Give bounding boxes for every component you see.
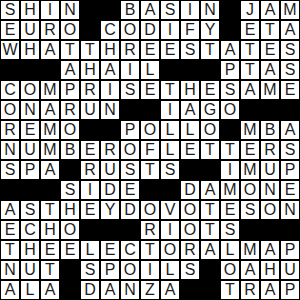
letter-cell[interactable]: E bbox=[100, 240, 120, 260]
letter-cell[interactable]: E bbox=[0, 20, 20, 40]
block-cell bbox=[280, 100, 300, 120]
letter-cell[interactable]: O bbox=[160, 240, 180, 260]
letter-cell[interactable]: N bbox=[60, 0, 80, 20]
letter-cell[interactable]: L bbox=[180, 120, 200, 140]
letter-cell[interactable]: F bbox=[180, 20, 200, 40]
letter-cell[interactable]: U bbox=[100, 160, 120, 180]
block-cell bbox=[160, 60, 180, 80]
letter-cell[interactable]: A bbox=[240, 80, 260, 100]
block-cell bbox=[180, 280, 200, 300]
letter-cell[interactable]: E bbox=[240, 20, 260, 40]
letter-cell[interactable]: A bbox=[220, 40, 240, 60]
letter-cell[interactable]: S bbox=[0, 160, 20, 180]
letter-cell[interactable]: S bbox=[280, 140, 300, 160]
letter-cell[interactable]: N bbox=[100, 100, 120, 120]
letter-cell[interactable]: A bbox=[260, 0, 280, 20]
letter-cell[interactable]: B bbox=[260, 120, 280, 140]
letter-cell[interactable]: T bbox=[40, 260, 60, 280]
letter-cell[interactable]: R bbox=[60, 100, 80, 120]
letter-cell[interactable]: R bbox=[80, 80, 100, 100]
letter-cell[interactable]: O bbox=[240, 180, 260, 200]
letter-cell[interactable]: C bbox=[0, 80, 20, 100]
block-cell bbox=[60, 160, 80, 180]
letter-cell[interactable]: P bbox=[20, 160, 40, 180]
letter-cell[interactable]: D bbox=[120, 200, 140, 220]
letter-cell[interactable]: P bbox=[120, 120, 140, 140]
block-cell bbox=[100, 0, 120, 20]
letter-cell[interactable]: A bbox=[100, 280, 120, 300]
letter-cell[interactable]: Y bbox=[100, 200, 120, 220]
block-cell bbox=[240, 220, 260, 240]
letter-cell[interactable]: I bbox=[180, 0, 200, 20]
crossword-grid: SHINBASINJAMEUROCODIFYETAWHATTHREESTATES… bbox=[0, 0, 300, 300]
letter-cell[interactable]: A bbox=[0, 280, 20, 300]
letter-cell[interactable]: H bbox=[40, 220, 60, 240]
letter-cell[interactable]: R bbox=[180, 240, 200, 260]
block-cell bbox=[200, 260, 220, 280]
letter-cell[interactable]: R bbox=[120, 40, 140, 60]
letter-cell[interactable]: H bbox=[80, 60, 100, 80]
letter-cell[interactable]: A bbox=[260, 240, 280, 260]
letter-cell[interactable]: L bbox=[160, 140, 180, 160]
letter-cell[interactable]: E bbox=[200, 80, 220, 100]
letter-cell[interactable]: S bbox=[0, 0, 20, 20]
letter-cell[interactable]: E bbox=[80, 140, 100, 160]
letter-cell[interactable]: O bbox=[140, 200, 160, 220]
letter-cell[interactable]: O bbox=[180, 200, 200, 220]
letter-cell[interactable]: E bbox=[40, 240, 60, 260]
block-cell bbox=[60, 260, 80, 280]
letter-cell[interactable]: S bbox=[60, 180, 80, 200]
letter-cell[interactable]: E bbox=[160, 40, 180, 60]
letter-cell[interactable]: U bbox=[280, 260, 300, 280]
letter-cell[interactable]: H bbox=[180, 80, 200, 100]
letter-cell[interactable]: S bbox=[20, 200, 40, 220]
block-cell bbox=[80, 20, 100, 40]
letter-cell[interactable]: I bbox=[140, 260, 160, 280]
letter-cell[interactable]: A bbox=[40, 280, 60, 300]
block-cell bbox=[180, 60, 200, 80]
letter-cell[interactable]: T bbox=[0, 240, 20, 260]
letter-cell[interactable]: T bbox=[220, 140, 240, 160]
letter-cell[interactable]: A bbox=[260, 60, 280, 80]
letter-cell[interactable]: O bbox=[220, 260, 240, 280]
letter-cell[interactable]: U bbox=[80, 100, 100, 120]
letter-cell[interactable]: U bbox=[260, 160, 280, 180]
block-cell bbox=[200, 280, 220, 300]
letter-cell[interactable]: M bbox=[240, 240, 260, 260]
letter-cell[interactable]: H bbox=[20, 240, 40, 260]
letter-cell[interactable]: S bbox=[240, 200, 260, 220]
letter-cell[interactable]: M bbox=[280, 0, 300, 20]
block-cell bbox=[140, 100, 160, 120]
letter-cell[interactable]: O bbox=[200, 120, 220, 140]
letter-cell[interactable]: U bbox=[20, 20, 40, 40]
letter-cell[interactable]: R bbox=[260, 140, 280, 160]
letter-cell[interactable]: N bbox=[0, 140, 20, 160]
letter-cell[interactable]: L bbox=[220, 240, 240, 260]
letter-cell[interactable]: E bbox=[60, 240, 80, 260]
letter-cell[interactable]: E bbox=[240, 140, 260, 160]
letter-cell[interactable]: O bbox=[20, 80, 40, 100]
block-cell bbox=[160, 180, 180, 200]
letter-cell[interactable]: S bbox=[220, 220, 240, 240]
letter-cell[interactable]: H bbox=[260, 260, 280, 280]
letter-cell[interactable]: T bbox=[200, 40, 220, 60]
block-cell bbox=[240, 100, 260, 120]
letter-cell[interactable]: I bbox=[160, 100, 180, 120]
letter-cell[interactable]: N bbox=[260, 180, 280, 200]
block-cell bbox=[200, 60, 220, 80]
letter-cell[interactable]: C bbox=[120, 240, 140, 260]
letter-cell[interactable]: S bbox=[180, 40, 200, 60]
letter-cell[interactable]: P bbox=[280, 160, 300, 180]
letter-cell[interactable]: R bbox=[0, 120, 20, 140]
letter-cell[interactable]: A bbox=[260, 280, 280, 300]
block-cell bbox=[200, 160, 220, 180]
letter-cell[interactable]: F bbox=[140, 140, 160, 160]
letter-cell[interactable]: O bbox=[260, 200, 280, 220]
letter-cell[interactable]: D bbox=[80, 280, 100, 300]
letter-cell[interactable]: E bbox=[220, 200, 240, 220]
letter-cell[interactable]: B bbox=[60, 140, 80, 160]
letter-cell[interactable]: O bbox=[60, 20, 80, 40]
letter-cell[interactable]: O bbox=[120, 20, 140, 40]
letter-cell[interactable]: A bbox=[60, 60, 80, 80]
letter-cell[interactable]: H bbox=[100, 40, 120, 60]
letter-cell[interactable]: Y bbox=[200, 20, 220, 40]
block-cell bbox=[80, 120, 100, 140]
letter-cell[interactable]: A bbox=[160, 280, 180, 300]
letter-cell[interactable]: S bbox=[220, 80, 240, 100]
letter-cell[interactable]: C bbox=[100, 20, 120, 40]
letter-cell[interactable]: S bbox=[280, 60, 300, 80]
letter-cell[interactable]: I bbox=[160, 220, 180, 240]
letter-cell[interactable]: T bbox=[200, 220, 220, 240]
letter-cell[interactable]: O bbox=[0, 100, 20, 120]
letter-cell[interactable]: I bbox=[120, 60, 140, 80]
block-cell bbox=[220, 120, 240, 140]
letter-cell[interactable]: N bbox=[200, 0, 220, 20]
letter-cell[interactable]: T bbox=[140, 160, 160, 180]
block-cell bbox=[180, 160, 200, 180]
block-cell bbox=[140, 180, 160, 200]
letter-cell[interactable]: T bbox=[140, 240, 160, 260]
letter-cell[interactable]: I bbox=[80, 180, 100, 200]
block-cell bbox=[220, 0, 240, 20]
letter-cell[interactable]: I bbox=[100, 80, 120, 100]
letter-cell[interactable]: A bbox=[280, 120, 300, 140]
letter-cell[interactable]: E bbox=[280, 80, 300, 100]
letter-cell[interactable]: T bbox=[160, 80, 180, 100]
letter-cell[interactable]: E bbox=[140, 40, 160, 60]
block-cell bbox=[100, 220, 120, 240]
letter-cell[interactable]: U bbox=[20, 140, 40, 160]
letter-cell[interactable]: M bbox=[40, 120, 60, 140]
letter-cell[interactable]: O bbox=[60, 220, 80, 240]
letter-cell[interactable]: S bbox=[120, 80, 140, 100]
letter-cell[interactable]: E bbox=[140, 80, 160, 100]
letter-cell[interactable]: T bbox=[240, 60, 260, 80]
letter-cell[interactable]: T bbox=[220, 280, 240, 300]
letter-cell[interactable]: M bbox=[240, 160, 260, 180]
letter-cell[interactable]: R bbox=[240, 280, 260, 300]
block-cell bbox=[0, 60, 20, 80]
letter-cell[interactable]: S bbox=[80, 260, 100, 280]
letter-cell[interactable]: A bbox=[40, 40, 60, 60]
letter-cell[interactable]: O bbox=[120, 260, 140, 280]
letter-cell[interactable]: O bbox=[180, 220, 200, 240]
letter-cell[interactable]: Z bbox=[140, 280, 160, 300]
letter-cell[interactable]: D bbox=[180, 180, 200, 200]
letter-cell[interactable]: L bbox=[160, 260, 180, 280]
letter-cell[interactable]: O bbox=[140, 120, 160, 140]
block-cell bbox=[260, 220, 280, 240]
letter-cell[interactable]: M bbox=[240, 120, 260, 140]
letter-cell[interactable]: P bbox=[100, 260, 120, 280]
letter-cell[interactable]: B bbox=[120, 0, 140, 20]
letter-cell[interactable]: S bbox=[160, 0, 180, 20]
letter-cell[interactable]: E bbox=[0, 220, 20, 240]
letter-cell[interactable]: T bbox=[40, 200, 60, 220]
letter-cell[interactable]: O bbox=[120, 140, 140, 160]
block-cell bbox=[20, 180, 40, 200]
letter-cell[interactable]: P bbox=[60, 80, 80, 100]
letter-cell[interactable]: C bbox=[20, 220, 40, 240]
letter-cell[interactable]: M bbox=[40, 80, 60, 100]
letter-cell[interactable]: T bbox=[200, 140, 220, 160]
block-cell bbox=[40, 60, 60, 80]
letter-cell[interactable]: O bbox=[60, 120, 80, 140]
letter-cell[interactable]: A bbox=[240, 260, 260, 280]
letter-cell[interactable]: A bbox=[140, 0, 160, 20]
letter-cell[interactable]: A bbox=[40, 100, 60, 120]
block-cell bbox=[120, 100, 140, 120]
letter-cell[interactable]: U bbox=[20, 260, 40, 280]
letter-cell[interactable]: N bbox=[0, 260, 20, 280]
letter-cell[interactable]: A bbox=[280, 20, 300, 40]
letter-cell[interactable]: H bbox=[20, 40, 40, 60]
letter-cell[interactable]: J bbox=[240, 0, 260, 20]
letter-cell[interactable]: R bbox=[100, 140, 120, 160]
block-cell bbox=[120, 220, 140, 240]
letter-cell[interactable]: S bbox=[160, 160, 180, 180]
letter-cell[interactable]: A bbox=[200, 180, 220, 200]
letter-cell[interactable]: N bbox=[20, 100, 40, 120]
letter-cell[interactable]: A bbox=[100, 60, 120, 80]
letter-cell[interactable]: M bbox=[40, 140, 60, 160]
block-cell bbox=[80, 220, 100, 240]
letter-cell[interactable]: A bbox=[0, 200, 20, 220]
letter-cell[interactable]: T bbox=[80, 40, 100, 60]
letter-cell[interactable]: N bbox=[120, 280, 140, 300]
letter-cell[interactable]: E bbox=[20, 120, 40, 140]
block-cell bbox=[260, 100, 280, 120]
block-cell bbox=[0, 180, 20, 200]
letter-cell[interactable]: E bbox=[260, 40, 280, 60]
letter-cell[interactable]: T bbox=[260, 20, 280, 40]
letter-cell[interactable]: R bbox=[140, 220, 160, 240]
block-cell bbox=[280, 220, 300, 240]
letter-cell[interactable]: V bbox=[160, 200, 180, 220]
letter-cell[interactable]: R bbox=[40, 20, 60, 40]
letter-cell[interactable]: O bbox=[220, 100, 240, 120]
letter-cell[interactable]: A bbox=[200, 240, 220, 260]
block-cell bbox=[220, 20, 240, 40]
letter-cell[interactable]: H bbox=[60, 200, 80, 220]
letter-cell[interactable]: N bbox=[280, 200, 300, 220]
letter-cell[interactable]: P bbox=[220, 60, 240, 80]
letter-cell[interactable]: E bbox=[120, 180, 140, 200]
letter-cell[interactable]: E bbox=[180, 140, 200, 160]
letter-cell[interactable]: W bbox=[0, 40, 20, 60]
letter-cell[interactable]: I bbox=[40, 0, 60, 20]
block-cell bbox=[60, 280, 80, 300]
letter-cell[interactable]: E bbox=[280, 180, 300, 200]
letter-cell[interactable]: R bbox=[80, 160, 100, 180]
letter-cell[interactable]: E bbox=[80, 200, 100, 220]
letter-cell[interactable]: S bbox=[180, 260, 200, 280]
block-cell bbox=[20, 60, 40, 80]
letter-cell[interactable]: T bbox=[240, 40, 260, 60]
letter-cell[interactable]: D bbox=[140, 20, 160, 40]
letter-cell[interactable]: L bbox=[160, 120, 180, 140]
letter-cell[interactable]: M bbox=[220, 180, 240, 200]
letter-cell[interactable]: T bbox=[200, 200, 220, 220]
letter-cell[interactable]: A bbox=[40, 160, 60, 180]
letter-cell[interactable]: M bbox=[260, 80, 280, 100]
letter-cell[interactable]: T bbox=[60, 40, 80, 60]
letter-cell[interactable]: P bbox=[280, 280, 300, 300]
letter-cell[interactable]: I bbox=[220, 160, 240, 180]
letter-cell[interactable]: G bbox=[200, 100, 220, 120]
block-cell bbox=[100, 120, 120, 140]
letter-cell[interactable]: L bbox=[20, 280, 40, 300]
letter-cell[interactable]: H bbox=[20, 0, 40, 20]
letter-cell[interactable]: A bbox=[180, 100, 200, 120]
letter-cell[interactable]: S bbox=[280, 40, 300, 60]
block-cell bbox=[80, 0, 100, 20]
letter-cell[interactable]: L bbox=[140, 60, 160, 80]
letter-cell[interactable]: L bbox=[80, 240, 100, 260]
letter-cell[interactable]: D bbox=[100, 180, 120, 200]
letter-cell[interactable]: S bbox=[120, 160, 140, 180]
block-cell bbox=[40, 180, 60, 200]
letter-cell[interactable]: P bbox=[280, 240, 300, 260]
letter-cell[interactable]: I bbox=[160, 20, 180, 40]
